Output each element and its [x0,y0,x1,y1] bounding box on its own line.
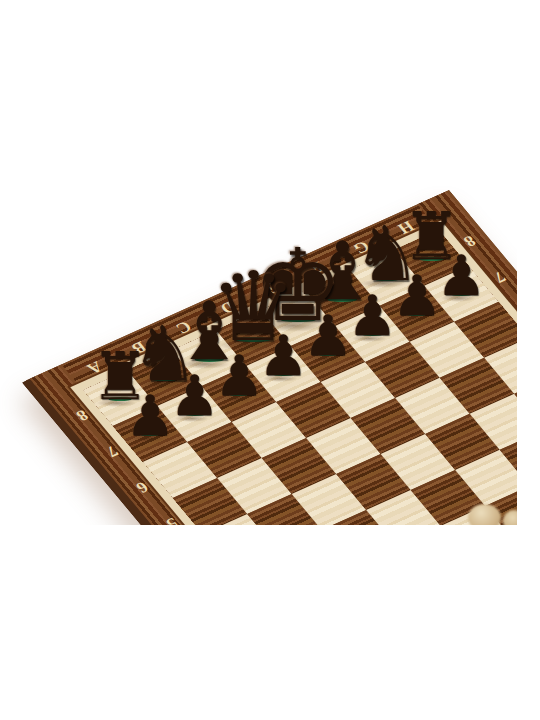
white-piece-top-1 [468,504,501,525]
chess-board: ABCDEFGH8877665544332211 [22,190,517,525]
product-photo: ABCDEFGH8877665544332211 ♜♞♝♛♚♝♞♜♟♟♟♟♟♟♟… [0,0,540,720]
photo-crop: ABCDEFGH8877665544332211 ♜♞♝♛♚♝♞♜♟♟♟♟♟♟♟… [0,0,517,525]
